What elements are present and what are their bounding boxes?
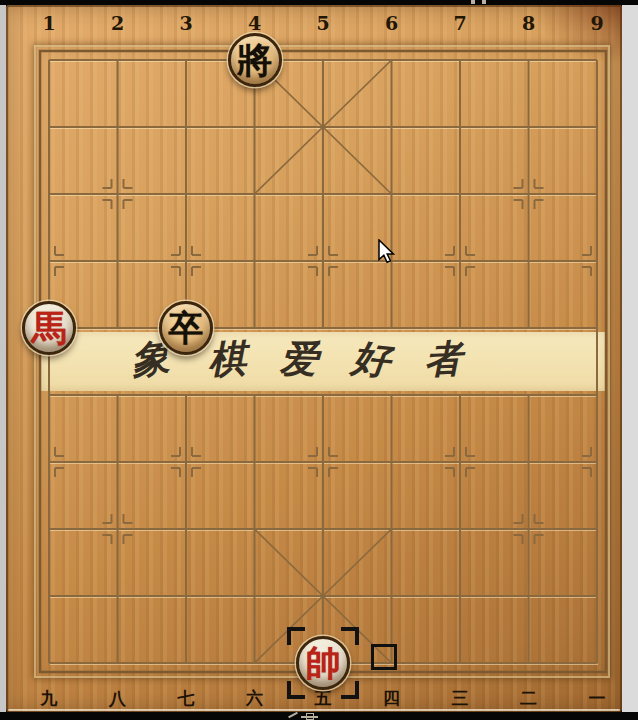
selection-corner-bottom-left [287,681,305,699]
bottom-coordinate-label: 六 [243,687,267,710]
selection-corner-bottom-right [341,681,359,699]
bottom-coordinate-label: 四 [380,687,404,710]
move-origin-marker [371,644,397,670]
piece-glyph: 將 [237,36,272,84]
xiangqi-app-screen: 象棋爱好者 123456789 九八七六五四三二一 將馬卒帥 [0,0,638,720]
piece-red-horse[interactable]: 馬 [22,301,76,355]
piece-glyph: 馬 [32,304,67,352]
top-coordinate-label: 4 [243,12,267,34]
video-strip-bottom [0,712,638,720]
top-coordinate-label: 5 [311,12,335,34]
video-artifact [471,0,475,4]
bottom-coordinate-label: 一 [585,687,609,710]
bottom-coordinate-label: 九 [37,687,61,710]
river-watermark-char: 者 [412,336,474,381]
top-coordinate-label: 6 [380,12,404,34]
river-watermark-char: 好 [339,335,403,383]
mouse-cursor-icon [378,239,398,265]
top-coordinate-label: 8 [517,12,541,34]
top-coordinate-label: 7 [448,12,472,34]
top-coordinate-label: 3 [174,12,198,34]
top-coordinate-label: 1 [37,12,61,34]
bottom-coordinate-label: 二 [517,687,541,710]
piece-black-soldier[interactable]: 卒 [159,301,213,355]
selection-brackets [287,627,359,699]
video-artifact [288,712,298,718]
video-artifact [482,0,486,4]
video-artifact [306,713,314,720]
piece-black-general[interactable]: 將 [228,33,282,87]
bottom-coordinate-label: 八 [106,687,130,710]
selection-corner-top-right [341,627,359,645]
top-coordinate-label: 2 [106,12,130,34]
piece-glyph: 卒 [169,304,204,352]
top-coordinate-label: 9 [585,12,609,34]
bottom-coordinate-label: 七 [174,687,198,710]
river-watermark-char: 爱 [268,337,329,381]
selection-corner-top-left [287,627,305,645]
video-strip-top [0,0,638,5]
bottom-coordinate-label: 三 [448,687,472,710]
